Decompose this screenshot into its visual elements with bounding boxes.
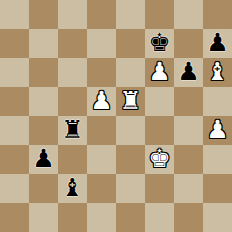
- square-b8[interactable]: [29, 0, 58, 29]
- square-f8[interactable]: [145, 0, 174, 29]
- square-c4[interactable]: ♜: [58, 116, 87, 145]
- piece-white-king[interactable]: ♚: [148, 145, 170, 173]
- square-a1[interactable]: [0, 203, 29, 232]
- square-h4[interactable]: ♟: [203, 116, 232, 145]
- square-b3[interactable]: ♟: [29, 145, 58, 174]
- square-f6[interactable]: ♟: [145, 58, 174, 87]
- square-a8[interactable]: [0, 0, 29, 29]
- square-h1[interactable]: [203, 203, 232, 232]
- square-d6[interactable]: [87, 58, 116, 87]
- square-b1[interactable]: [29, 203, 58, 232]
- square-g6[interactable]: ♟: [174, 58, 203, 87]
- square-c3[interactable]: [58, 145, 87, 174]
- piece-black-rook[interactable]: ♜: [61, 116, 83, 144]
- piece-black-pawn[interactable]: ♟: [177, 58, 199, 86]
- square-e2[interactable]: [116, 174, 145, 203]
- piece-black-pawn[interactable]: ♟: [32, 145, 54, 173]
- square-d4[interactable]: [87, 116, 116, 145]
- square-a4[interactable]: [0, 116, 29, 145]
- square-d7[interactable]: [87, 29, 116, 58]
- square-h2[interactable]: [203, 174, 232, 203]
- square-c6[interactable]: [58, 58, 87, 87]
- square-g2[interactable]: [174, 174, 203, 203]
- piece-white-rook[interactable]: ♜: [119, 87, 141, 115]
- piece-black-king[interactable]: ♚: [148, 29, 170, 57]
- square-e3[interactable]: [116, 145, 145, 174]
- chess-board: ♚♟♟♟♝♟♜♜♟♟♚♝: [0, 0, 232, 232]
- square-a7[interactable]: [0, 29, 29, 58]
- square-e6[interactable]: [116, 58, 145, 87]
- square-h3[interactable]: [203, 145, 232, 174]
- square-d1[interactable]: [87, 203, 116, 232]
- square-e8[interactable]: [116, 0, 145, 29]
- square-f5[interactable]: [145, 87, 174, 116]
- square-d5[interactable]: ♟: [87, 87, 116, 116]
- square-e5[interactable]: ♜: [116, 87, 145, 116]
- square-b2[interactable]: [29, 174, 58, 203]
- square-g4[interactable]: [174, 116, 203, 145]
- square-h8[interactable]: [203, 0, 232, 29]
- square-e7[interactable]: [116, 29, 145, 58]
- square-b7[interactable]: [29, 29, 58, 58]
- square-f7[interactable]: ♚: [145, 29, 174, 58]
- square-f4[interactable]: [145, 116, 174, 145]
- piece-black-pawn[interactable]: ♟: [206, 29, 228, 57]
- square-g8[interactable]: [174, 0, 203, 29]
- square-e4[interactable]: [116, 116, 145, 145]
- square-c2[interactable]: ♝: [58, 174, 87, 203]
- square-c7[interactable]: [58, 29, 87, 58]
- square-g3[interactable]: [174, 145, 203, 174]
- square-h6[interactable]: ♝: [203, 58, 232, 87]
- square-h5[interactable]: [203, 87, 232, 116]
- square-b5[interactable]: [29, 87, 58, 116]
- square-g7[interactable]: [174, 29, 203, 58]
- piece-white-bishop[interactable]: ♝: [206, 58, 228, 86]
- piece-white-pawn[interactable]: ♟: [148, 58, 170, 86]
- square-b6[interactable]: [29, 58, 58, 87]
- piece-white-pawn[interactable]: ♟: [206, 116, 228, 144]
- square-d8[interactable]: [87, 0, 116, 29]
- square-a5[interactable]: [0, 87, 29, 116]
- chess-board-window: ♚♟♟♟♝♟♜♜♟♟♚♝: [0, 0, 232, 232]
- square-a3[interactable]: [0, 145, 29, 174]
- square-f1[interactable]: [145, 203, 174, 232]
- square-c1[interactable]: [58, 203, 87, 232]
- square-c5[interactable]: [58, 87, 87, 116]
- piece-black-bishop[interactable]: ♝: [61, 174, 83, 202]
- square-g5[interactable]: [174, 87, 203, 116]
- square-d3[interactable]: [87, 145, 116, 174]
- square-c8[interactable]: [58, 0, 87, 29]
- square-a6[interactable]: [0, 58, 29, 87]
- square-b4[interactable]: [29, 116, 58, 145]
- square-d2[interactable]: [87, 174, 116, 203]
- square-e1[interactable]: [116, 203, 145, 232]
- piece-white-pawn[interactable]: ♟: [90, 87, 112, 115]
- square-f3[interactable]: ♚: [145, 145, 174, 174]
- square-f2[interactable]: [145, 174, 174, 203]
- square-h7[interactable]: ♟: [203, 29, 232, 58]
- square-g1[interactable]: [174, 203, 203, 232]
- square-a2[interactable]: [0, 174, 29, 203]
